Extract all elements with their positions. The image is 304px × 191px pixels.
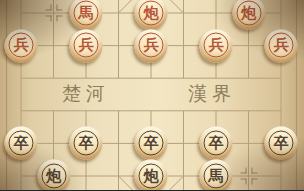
piece-character: 兵 bbox=[79, 38, 94, 53]
piece-character: 卒 bbox=[209, 135, 224, 150]
piece-character: 馬 bbox=[209, 168, 224, 183]
piece-character: 卒 bbox=[274, 135, 289, 150]
piece-ring: 炮 bbox=[236, 0, 261, 25]
piece-character: 炮 bbox=[144, 5, 159, 20]
piece-red-soldier[interactable]: 兵 bbox=[265, 29, 298, 62]
piece-black-soldier[interactable]: 卒 bbox=[265, 127, 298, 160]
piece-red-cannon[interactable]: 炮 bbox=[135, 0, 168, 30]
piece-ring: 馬 bbox=[74, 0, 99, 25]
piece-ring: 兵 bbox=[139, 33, 164, 58]
piece-black-soldier[interactable]: 卒 bbox=[70, 127, 103, 160]
piece-character: 卒 bbox=[14, 135, 29, 150]
xiangqi-board: 楚河 漢界 馬炮炮兵兵兵兵兵卒卒卒卒卒炮炮馬 bbox=[0, 0, 304, 190]
piece-ring: 兵 bbox=[74, 33, 99, 58]
piece-black-horse[interactable]: 馬 bbox=[200, 160, 233, 191]
piece-character: 卒 bbox=[144, 135, 159, 150]
piece-red-soldier[interactable]: 兵 bbox=[5, 29, 38, 62]
piece-character: 炮 bbox=[46, 168, 61, 183]
piece-red-horse[interactable]: 馬 bbox=[70, 0, 103, 30]
piece-black-soldier[interactable]: 卒 bbox=[200, 127, 233, 160]
piece-ring: 兵 bbox=[9, 33, 34, 58]
pieces-layer: 馬炮炮兵兵兵兵兵卒卒卒卒卒炮炮馬 bbox=[0, 0, 304, 190]
piece-character: 馬 bbox=[79, 5, 94, 20]
piece-red-cannon[interactable]: 炮 bbox=[232, 0, 265, 30]
piece-ring: 卒 bbox=[74, 130, 99, 155]
piece-ring: 炮 bbox=[41, 163, 66, 188]
piece-character: 炮 bbox=[241, 5, 256, 20]
piece-character: 兵 bbox=[274, 38, 289, 53]
piece-red-soldier[interactable]: 兵 bbox=[70, 29, 103, 62]
piece-character: 卒 bbox=[79, 135, 94, 150]
piece-ring: 兵 bbox=[204, 33, 229, 58]
piece-red-soldier[interactable]: 兵 bbox=[200, 29, 233, 62]
piece-ring: 炮 bbox=[139, 0, 164, 25]
piece-ring: 卒 bbox=[139, 130, 164, 155]
piece-character: 兵 bbox=[14, 38, 29, 53]
piece-black-soldier[interactable]: 卒 bbox=[135, 127, 168, 160]
piece-character: 兵 bbox=[144, 38, 159, 53]
piece-ring: 卒 bbox=[9, 130, 34, 155]
piece-black-cannon[interactable]: 炮 bbox=[135, 160, 168, 191]
piece-ring: 馬 bbox=[204, 163, 229, 188]
piece-character: 兵 bbox=[209, 38, 224, 53]
piece-ring: 卒 bbox=[269, 130, 294, 155]
piece-character: 炮 bbox=[144, 168, 159, 183]
piece-red-soldier[interactable]: 兵 bbox=[135, 29, 168, 62]
piece-black-soldier[interactable]: 卒 bbox=[5, 127, 38, 160]
piece-black-cannon[interactable]: 炮 bbox=[37, 160, 70, 191]
piece-ring: 卒 bbox=[204, 130, 229, 155]
piece-ring: 兵 bbox=[269, 33, 294, 58]
piece-ring: 炮 bbox=[139, 163, 164, 188]
